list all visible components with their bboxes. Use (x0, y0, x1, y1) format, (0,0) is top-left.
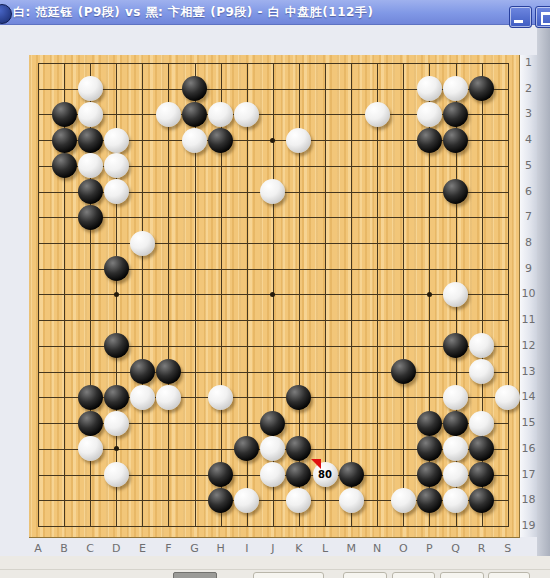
minimize-icon (514, 20, 523, 23)
column-label: O (393, 542, 413, 555)
row-label: 18 (520, 494, 537, 506)
column-label: J (263, 542, 283, 555)
go-stone-black (417, 488, 442, 513)
column-label: B (54, 542, 74, 555)
grid-line-horizontal (38, 372, 509, 373)
bottom-toolbar-button-3[interactable] (440, 572, 484, 578)
go-stone-white (286, 128, 311, 153)
go-stone-black (443, 411, 468, 436)
row-label: 2 (520, 83, 537, 95)
go-stone-white (104, 462, 129, 487)
grid-line-horizontal (38, 320, 509, 321)
go-stone-white: 80 (313, 462, 338, 487)
go-stone-white (104, 153, 129, 178)
go-stone-black (208, 488, 233, 513)
title-bar[interactable]: 白: 范廷钰 (P9段) vs 黑: 卞相壹 (P9段) - 白 中盘胜(112… (0, 0, 550, 25)
column-label: S (498, 542, 518, 555)
column-label: M (341, 542, 361, 555)
go-stone-black (104, 333, 129, 358)
bottom-toolbar-button-4[interactable] (488, 572, 530, 578)
row-label: 10 (520, 288, 537, 300)
go-stone-black (182, 76, 207, 101)
grid-line-vertical (403, 63, 404, 526)
star-point (270, 138, 275, 143)
row-label: 11 (520, 314, 537, 326)
go-stone-black (417, 436, 442, 461)
go-stone-black (469, 488, 494, 513)
go-stone-black (443, 102, 468, 127)
go-stone-white (260, 436, 285, 461)
column-label: D (106, 542, 126, 555)
go-stone-black (443, 128, 468, 153)
go-stone-white (104, 411, 129, 436)
go-stone-black (391, 359, 416, 384)
column-label: I (237, 542, 257, 555)
application-window: 白: 范廷钰 (P9段) vs 黑: 卞相壹 (P9段) - 白 中盘胜(112… (0, 0, 550, 578)
go-stone-black (104, 385, 129, 410)
go-stone-white (469, 333, 494, 358)
go-stone-black (78, 385, 103, 410)
go-stone-black (104, 256, 129, 281)
go-stone-black (417, 462, 442, 487)
go-stone-black (417, 411, 442, 436)
go-stone-white (391, 488, 416, 513)
row-label: 12 (520, 340, 537, 352)
grid-line-vertical (325, 63, 326, 526)
column-label: N (367, 542, 387, 555)
bottom-status-box (253, 572, 324, 578)
minimize-button[interactable] (509, 6, 532, 28)
window-controls (509, 6, 550, 28)
go-stone-white (469, 411, 494, 436)
window-right-border (537, 24, 550, 578)
go-stone-black (208, 128, 233, 153)
column-label: Q (446, 542, 466, 555)
go-stone-black (78, 411, 103, 436)
grid-line-vertical (351, 63, 352, 526)
grid-line-horizontal (38, 526, 509, 527)
go-stone-black (208, 462, 233, 487)
row-label: 19 (520, 520, 537, 532)
go-stone-white (208, 385, 233, 410)
go-stone-white (78, 102, 103, 127)
go-stone-black (52, 102, 77, 127)
column-label: H (211, 542, 231, 555)
row-label: 17 (520, 469, 537, 481)
go-stone-white (104, 128, 129, 153)
go-stone-white (234, 102, 259, 127)
star-point (270, 292, 275, 297)
go-stone-black (286, 462, 311, 487)
go-stone-black (234, 436, 259, 461)
row-label: 4 (520, 134, 537, 146)
row-label: 3 (520, 108, 537, 120)
go-stone-white (78, 436, 103, 461)
star-point (114, 292, 119, 297)
bottom-divider (0, 569, 550, 570)
go-stone-white (495, 385, 520, 410)
go-stone-white (208, 102, 233, 127)
row-label: 8 (520, 237, 537, 249)
go-stone-black (78, 179, 103, 204)
row-label: 6 (520, 186, 537, 198)
bottom-dark-box (173, 572, 217, 578)
go-stone-white (156, 102, 181, 127)
column-label: R (472, 542, 492, 555)
go-stone-black (443, 179, 468, 204)
column-label: E (132, 542, 152, 555)
row-label: 7 (520, 211, 537, 223)
grid-line-vertical (377, 63, 378, 526)
maximize-button[interactable] (535, 6, 550, 28)
go-stone-black (443, 333, 468, 358)
go-stone-black (52, 153, 77, 178)
go-stone-white (260, 462, 285, 487)
go-stone-white (443, 282, 468, 307)
go-stone-white (339, 488, 364, 513)
row-label: 16 (520, 443, 537, 455)
go-stone-white (365, 102, 390, 127)
go-stone-black (469, 436, 494, 461)
go-stone-white (443, 385, 468, 410)
column-label: F (158, 542, 178, 555)
go-stone-white (78, 76, 103, 101)
go-stone-black (260, 411, 285, 436)
go-stone-white (443, 436, 468, 461)
go-stone-white (443, 488, 468, 513)
bottom-toolbar-button-2[interactable] (392, 572, 435, 578)
go-stone-black (130, 359, 155, 384)
go-stone-white (417, 76, 442, 101)
go-stone-white (130, 231, 155, 256)
column-label: P (419, 542, 439, 555)
maximize-icon (541, 12, 550, 25)
go-stone-white (130, 385, 155, 410)
go-stone-black (182, 102, 207, 127)
go-stone-white (78, 153, 103, 178)
row-label: 14 (520, 391, 537, 403)
go-stone-black (78, 128, 103, 153)
go-stone-black (78, 205, 103, 230)
column-label: C (80, 542, 100, 555)
app-icon (0, 4, 12, 24)
go-stone-white (443, 76, 468, 101)
go-stone-white (156, 385, 181, 410)
row-label: 1 (520, 57, 537, 69)
row-label: 5 (520, 160, 537, 172)
go-stone-white (182, 128, 207, 153)
row-label: 15 (520, 417, 537, 429)
column-label: K (289, 542, 309, 555)
grid-line-vertical (508, 63, 509, 526)
star-point (427, 292, 432, 297)
go-stone-black (469, 76, 494, 101)
go-stone-white (234, 488, 259, 513)
go-stone-black (469, 462, 494, 487)
go-stone-white (104, 179, 129, 204)
go-stone-black (52, 128, 77, 153)
go-stone-black (286, 385, 311, 410)
column-label: L (315, 542, 335, 555)
column-label: G (185, 542, 205, 555)
go-stone-white (260, 179, 285, 204)
row-label: 9 (520, 263, 537, 275)
window-title: 白: 范廷钰 (P9段) vs 黑: 卞相壹 (P9段) - 白 中盘胜(112… (13, 4, 373, 21)
go-stone-black (156, 359, 181, 384)
go-stone-white (443, 462, 468, 487)
star-point (114, 446, 119, 451)
row-label: 13 (520, 366, 537, 378)
go-stone-black (339, 462, 364, 487)
go-stone-white (286, 488, 311, 513)
go-stone-black (286, 436, 311, 461)
go-stone-white (417, 102, 442, 127)
column-label: A (28, 542, 48, 555)
last-move-marker-icon (311, 459, 321, 469)
go-board[interactable]: 80 (29, 55, 520, 538)
bottom-toolbar-button-1[interactable] (343, 572, 387, 578)
bottom-panel (0, 556, 550, 578)
go-stone-white (469, 359, 494, 384)
go-stone-black (417, 128, 442, 153)
